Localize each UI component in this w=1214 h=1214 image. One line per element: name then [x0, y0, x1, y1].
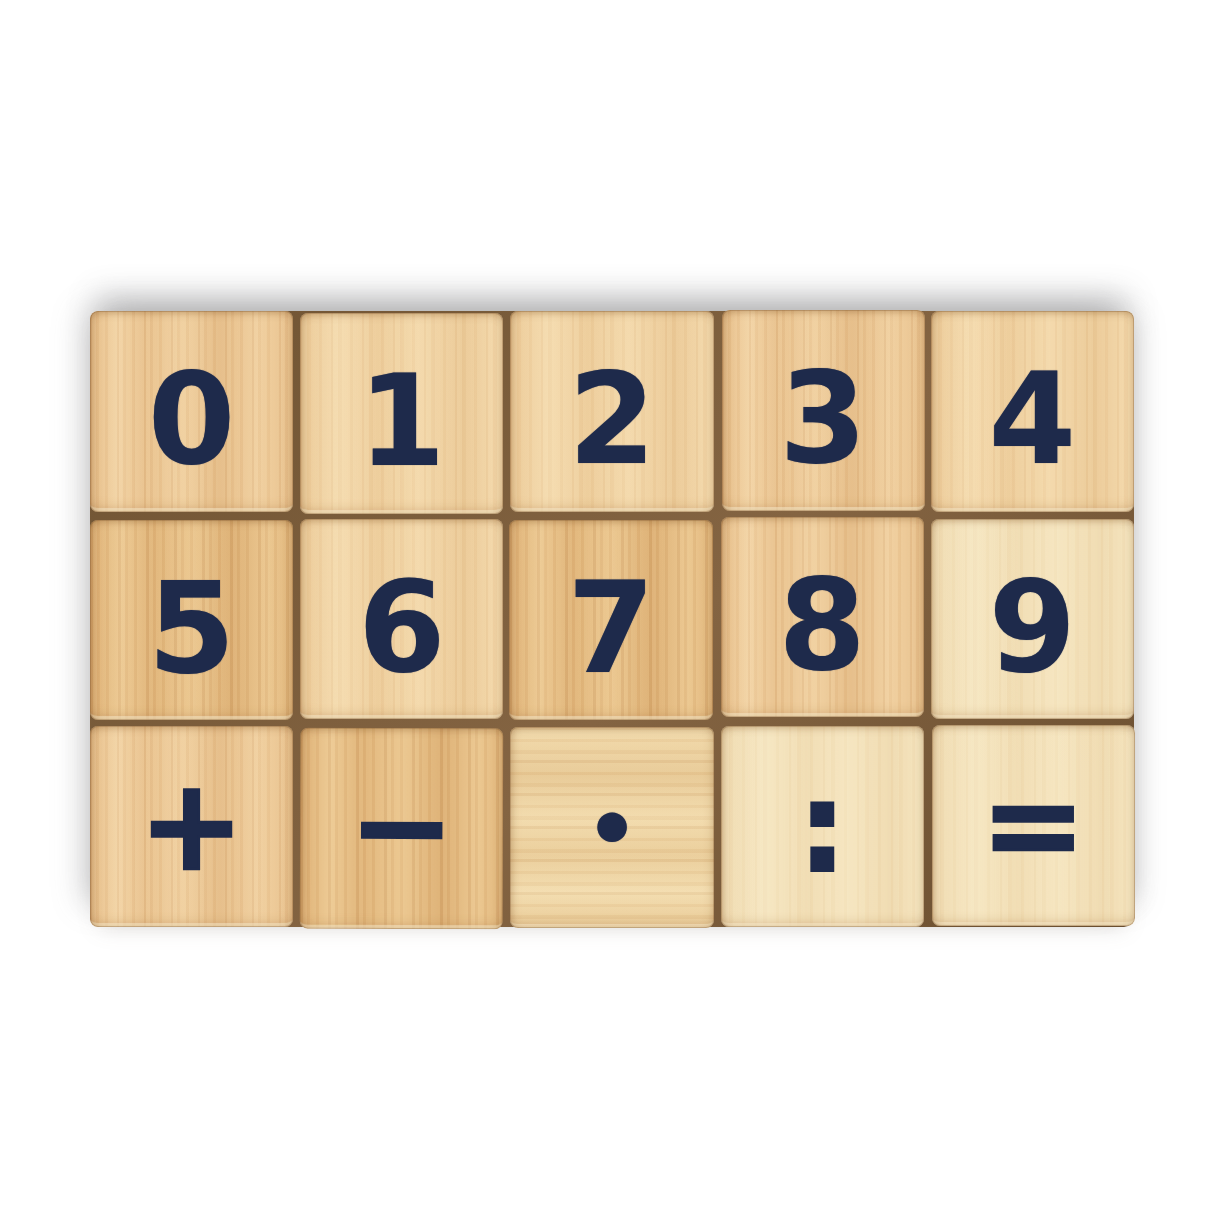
tile-multiply-dot[interactable]: • [510, 727, 713, 928]
tile-minus[interactable]: − [300, 728, 504, 929]
tile-8-glyph: 8 [778, 563, 866, 689]
tile-5[interactable]: 5 [90, 520, 293, 721]
tile-1-glyph: 1 [358, 359, 446, 485]
tile-plus-glyph: + [139, 763, 245, 889]
tile-9[interactable]: 9 [931, 519, 1134, 720]
tile-7-glyph: 7 [567, 566, 655, 692]
tile-6[interactable]: 6 [300, 519, 503, 720]
tile-board: 0 1 2 3 4 5 6 7 8 9 + [90, 311, 1134, 927]
tile-6-glyph: 6 [358, 565, 446, 691]
tile-1[interactable]: 1 [300, 313, 503, 514]
tile-9-glyph: 9 [989, 565, 1077, 691]
tile-multiply-dot-glyph: • [585, 787, 639, 871]
photo-background: 0 1 2 3 4 5 6 7 8 9 + [0, 0, 1214, 1214]
tile-plus[interactable]: + [90, 726, 293, 927]
tile-2-glyph: 2 [568, 357, 656, 483]
tile-equals[interactable]: = [932, 725, 1135, 926]
tile-0-glyph: 0 [148, 357, 236, 483]
tile-2[interactable]: 2 [510, 311, 713, 512]
tile-4[interactable]: 4 [931, 311, 1134, 512]
tile-minus-glyph: − [349, 764, 455, 890]
tile-0[interactable]: 0 [90, 311, 293, 512]
tile-3[interactable]: 3 [722, 310, 925, 511]
tile-divide-colon-glyph: : [797, 766, 847, 890]
tile-5-glyph: 5 [148, 566, 236, 692]
tile-8[interactable]: 8 [721, 517, 924, 718]
tile-4-glyph: 4 [989, 357, 1077, 483]
tile-7[interactable]: 7 [509, 520, 712, 721]
tile-divide-colon[interactable]: : [721, 726, 924, 927]
tile-equals-glyph: = [981, 762, 1087, 888]
tile-3-glyph: 3 [779, 356, 867, 482]
